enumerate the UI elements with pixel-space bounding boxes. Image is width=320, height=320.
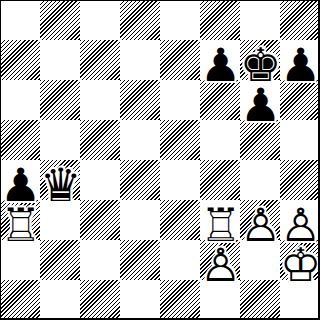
square-a1[interactable] xyxy=(0,280,40,320)
square-c7[interactable] xyxy=(80,40,120,80)
piece-white-rook[interactable]: ♜♖ xyxy=(0,200,40,240)
square-g1[interactable] xyxy=(240,280,280,320)
square-d7[interactable] xyxy=(120,40,160,80)
square-e3[interactable] xyxy=(160,200,200,240)
square-e8[interactable] xyxy=(160,0,200,40)
piece-black-pawn[interactable]: ♟ xyxy=(200,40,240,80)
square-d1[interactable] xyxy=(120,280,160,320)
square-g8[interactable] xyxy=(240,0,280,40)
piece-glyph: ♛ xyxy=(40,162,81,208)
square-b8[interactable] xyxy=(40,0,80,40)
square-f2[interactable]: ♟♙ xyxy=(200,240,240,280)
square-b7[interactable] xyxy=(40,40,80,80)
piece-glyph: ♔ xyxy=(280,242,320,288)
piece-black-queen[interactable]: ♛ xyxy=(40,160,80,200)
square-e2[interactable] xyxy=(160,240,200,280)
square-d5[interactable] xyxy=(120,120,160,160)
square-d6[interactable] xyxy=(120,80,160,120)
square-c3[interactable] xyxy=(80,200,120,240)
square-c6[interactable] xyxy=(80,80,120,120)
square-g7[interactable]: ♚ xyxy=(240,40,280,80)
square-d4[interactable] xyxy=(120,160,160,200)
square-g6[interactable]: ♟ xyxy=(240,80,280,120)
square-e4[interactable] xyxy=(160,160,200,200)
square-d3[interactable] xyxy=(120,200,160,240)
square-c5[interactable] xyxy=(80,120,120,160)
square-a6[interactable] xyxy=(0,80,40,120)
square-c8[interactable] xyxy=(80,0,120,40)
piece-white-pawn[interactable]: ♟♙ xyxy=(240,200,280,240)
piece-glyph: ♟ xyxy=(200,42,241,88)
piece-glyph: ♟ xyxy=(240,82,281,128)
piece-black-pawn[interactable]: ♟ xyxy=(0,160,40,200)
square-g3[interactable]: ♟♙ xyxy=(240,200,280,240)
square-c4[interactable] xyxy=(80,160,120,200)
board-squares: ♟♚♟♟♟♛♜♖♜♖♟♙♟♙♟♙♚♔ xyxy=(0,0,320,320)
piece-glyph: ♙ xyxy=(200,242,241,288)
square-f7[interactable]: ♟ xyxy=(200,40,240,80)
square-h7[interactable]: ♟ xyxy=(280,40,320,80)
square-c2[interactable] xyxy=(80,240,120,280)
square-d2[interactable] xyxy=(120,240,160,280)
square-h8[interactable] xyxy=(280,0,320,40)
square-b6[interactable] xyxy=(40,80,80,120)
square-h4[interactable] xyxy=(280,160,320,200)
piece-white-king[interactable]: ♚♔ xyxy=(280,240,320,280)
square-f3[interactable]: ♜♖ xyxy=(200,200,240,240)
square-b2[interactable] xyxy=(40,240,80,280)
square-a3[interactable]: ♜♖ xyxy=(0,200,40,240)
square-f8[interactable] xyxy=(200,0,240,40)
piece-white-rook[interactable]: ♜♖ xyxy=(200,200,240,240)
square-f4[interactable] xyxy=(200,160,240,200)
piece-glyph: ♖ xyxy=(0,202,41,248)
piece-white-pawn[interactable]: ♟♙ xyxy=(200,240,240,280)
piece-black-king[interactable]: ♚ xyxy=(240,40,280,80)
piece-glyph: ♟ xyxy=(280,42,320,88)
square-h2[interactable]: ♚♔ xyxy=(280,240,320,280)
square-f5[interactable] xyxy=(200,120,240,160)
piece-white-pawn[interactable]: ♟♙ xyxy=(280,200,320,240)
square-e6[interactable] xyxy=(160,80,200,120)
square-b5[interactable] xyxy=(40,120,80,160)
square-c1[interactable] xyxy=(80,280,120,320)
square-d8[interactable] xyxy=(120,0,160,40)
square-e7[interactable] xyxy=(160,40,200,80)
piece-black-pawn[interactable]: ♟ xyxy=(240,80,280,120)
square-b4[interactable]: ♛ xyxy=(40,160,80,200)
square-e1[interactable] xyxy=(160,280,200,320)
square-a5[interactable] xyxy=(0,120,40,160)
square-h3[interactable]: ♟♙ xyxy=(280,200,320,240)
square-a7[interactable] xyxy=(0,40,40,80)
square-a4[interactable]: ♟ xyxy=(0,160,40,200)
square-g4[interactable] xyxy=(240,160,280,200)
square-e5[interactable] xyxy=(160,120,200,160)
square-b1[interactable] xyxy=(40,280,80,320)
chess-board: ♟♚♟♟♟♛♜♖♜♖♟♙♟♙♟♙♚♔ xyxy=(0,0,320,320)
piece-black-pawn[interactable]: ♟ xyxy=(280,40,320,80)
square-h5[interactable] xyxy=(280,120,320,160)
piece-glyph: ♙ xyxy=(240,202,281,248)
square-a8[interactable] xyxy=(0,0,40,40)
